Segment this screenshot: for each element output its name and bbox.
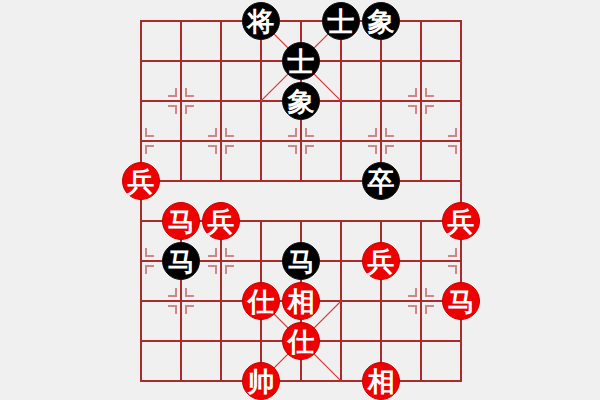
pieces-layer: 将士象士象卒马马兵马兵兵兵仕相马仕帅相	[0, 0, 600, 400]
piece-red-advisor[interactable]: 仕	[242, 282, 280, 320]
piece-red-pawn[interactable]: 兵	[362, 242, 400, 280]
piece-red-advisor[interactable]: 仕	[282, 322, 320, 360]
piece-red-elephant[interactable]: 相	[282, 282, 320, 320]
xiangqi-board: 将士象士象卒马马兵马兵兵兵仕相马仕帅相	[0, 0, 600, 400]
piece-black-elephant[interactable]: 象	[362, 2, 400, 40]
piece-red-pawn[interactable]: 兵	[442, 202, 480, 240]
piece-red-elephant[interactable]: 相	[362, 362, 400, 400]
piece-red-horse[interactable]: 马	[442, 282, 480, 320]
piece-red-general[interactable]: 帅	[242, 362, 280, 400]
piece-red-pawn[interactable]: 兵	[202, 202, 240, 240]
piece-black-elephant[interactable]: 象	[282, 82, 320, 120]
piece-red-pawn[interactable]: 兵	[122, 162, 160, 200]
piece-black-advisor[interactable]: 士	[322, 2, 360, 40]
piece-red-horse[interactable]: 马	[162, 202, 200, 240]
piece-black-pawn[interactable]: 卒	[362, 162, 400, 200]
piece-black-horse[interactable]: 马	[282, 242, 320, 280]
piece-black-horse[interactable]: 马	[162, 242, 200, 280]
piece-black-advisor[interactable]: 士	[282, 42, 320, 80]
piece-black-general[interactable]: 将	[242, 2, 280, 40]
